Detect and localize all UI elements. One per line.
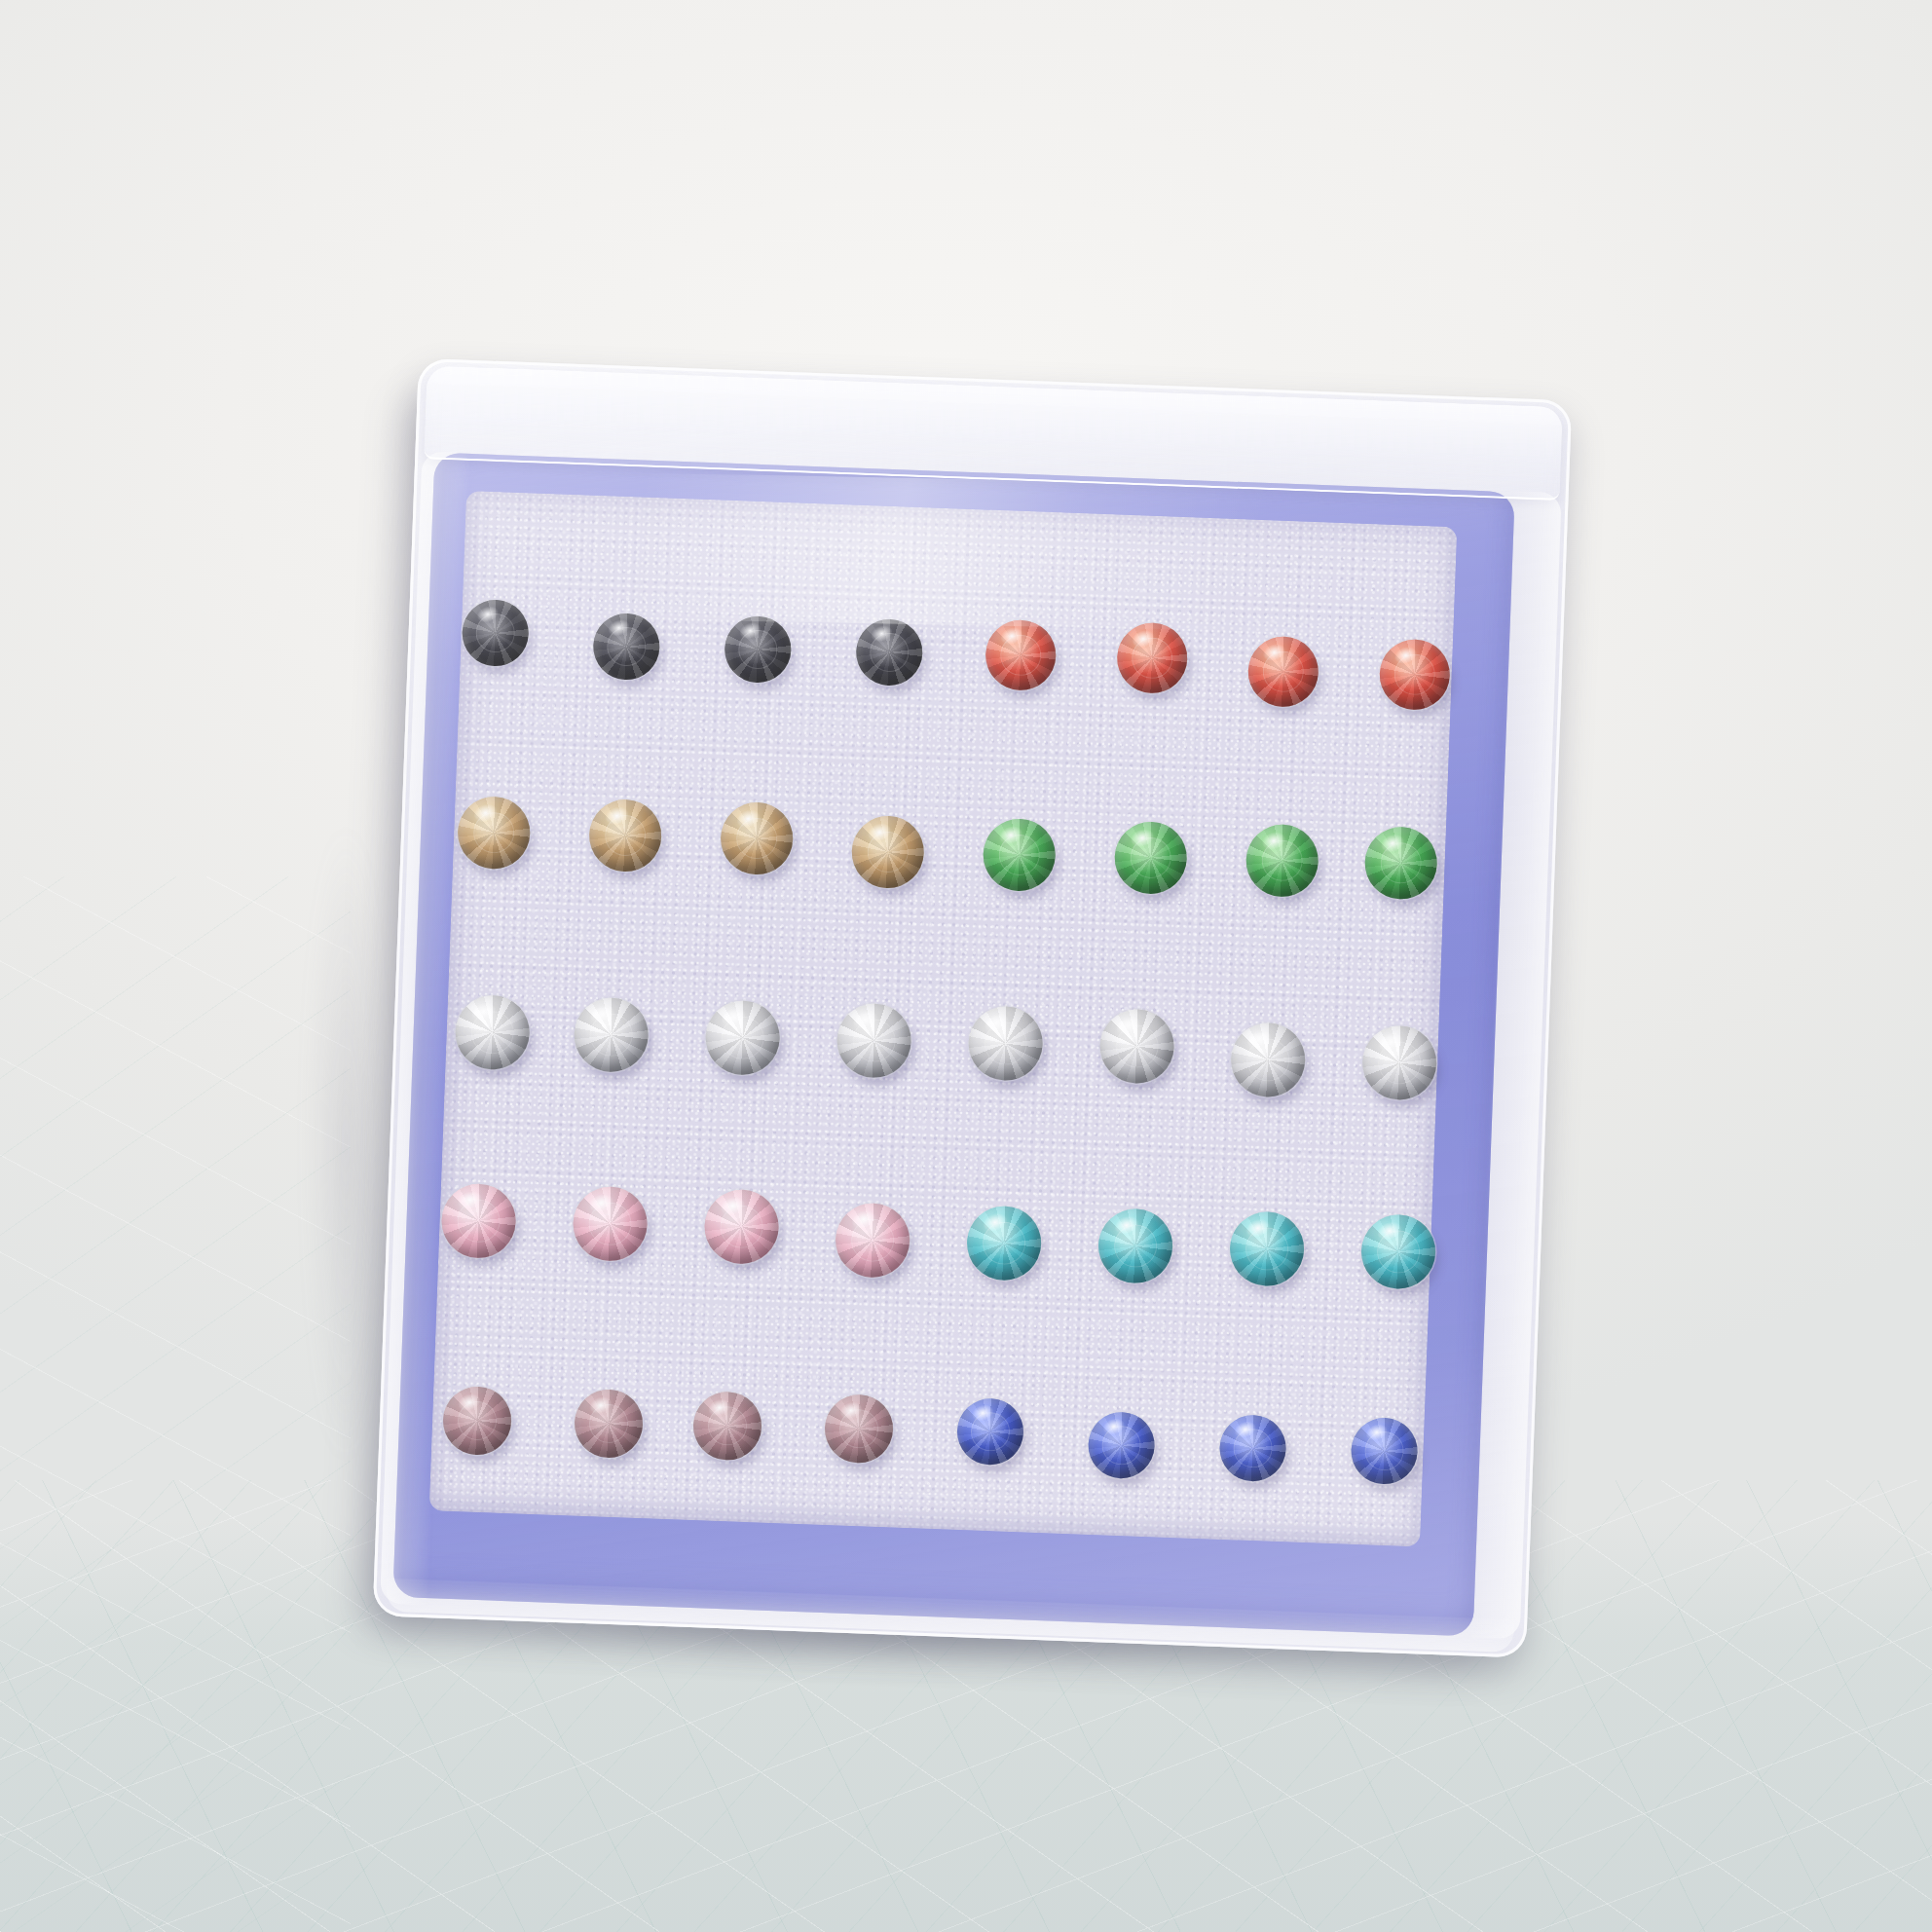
stud-black-r1c3 xyxy=(724,615,792,684)
stud-champagne-r2c1 xyxy=(457,796,532,871)
stud-green-r2c8 xyxy=(1363,826,1438,901)
stud-blue-r5c7 xyxy=(1218,1414,1286,1482)
stud-clear-r3c2 xyxy=(573,996,650,1073)
stud-red-r1c8 xyxy=(1378,638,1451,711)
stud-red-r1c6 xyxy=(1116,622,1189,695)
stud-clear-r3c6 xyxy=(1098,1008,1175,1085)
stud-teal-r4c5 xyxy=(966,1205,1043,1282)
foam-insert xyxy=(429,491,1458,1547)
stud-black-r1c4 xyxy=(855,618,923,687)
stud-teal-r4c7 xyxy=(1229,1210,1306,1287)
stud-mauve-r5c2 xyxy=(574,1389,645,1460)
stud-clear-r3c4 xyxy=(836,1002,912,1079)
stud-blue-r5c6 xyxy=(1087,1411,1155,1479)
stud-red-r1c5 xyxy=(985,619,1058,692)
stud-teal-r4c8 xyxy=(1360,1213,1437,1290)
stud-clear-r3c3 xyxy=(704,999,781,1076)
stud-clear-r3c1 xyxy=(454,994,531,1071)
stud-champagne-r2c4 xyxy=(850,815,925,890)
stud-mauve-r5c4 xyxy=(824,1393,895,1465)
stud-teal-r4c6 xyxy=(1097,1207,1174,1284)
stud-clear-r3c5 xyxy=(967,1005,1044,1082)
stud-clear-r3c8 xyxy=(1361,1024,1438,1101)
photo-scene xyxy=(0,0,1932,1932)
stud-mauve-r5c3 xyxy=(692,1391,763,1462)
stud-mauve-r5c1 xyxy=(442,1386,513,1457)
stud-pink-r4c4 xyxy=(835,1202,911,1279)
stud-green-r2c5 xyxy=(982,818,1057,893)
stud-champagne-r2c3 xyxy=(720,801,795,876)
stud-black-r1c2 xyxy=(592,613,660,681)
stud-green-r2c7 xyxy=(1245,824,1319,899)
stud-pink-r4c3 xyxy=(703,1188,780,1265)
stud-red-r1c7 xyxy=(1247,635,1320,708)
stud-pink-r4c2 xyxy=(572,1185,649,1262)
stud-clear-r3c7 xyxy=(1230,1022,1307,1098)
purple-tray xyxy=(392,453,1514,1637)
stud-champagne-r2c2 xyxy=(588,799,663,873)
stud-pink-r4c1 xyxy=(440,1182,517,1259)
stud-blue-r5c8 xyxy=(1350,1417,1418,1485)
earring-box xyxy=(373,358,1573,1658)
stud-blue-r5c5 xyxy=(956,1397,1024,1466)
stud-green-r2c6 xyxy=(1113,821,1188,896)
stud-black-r1c1 xyxy=(461,599,529,667)
